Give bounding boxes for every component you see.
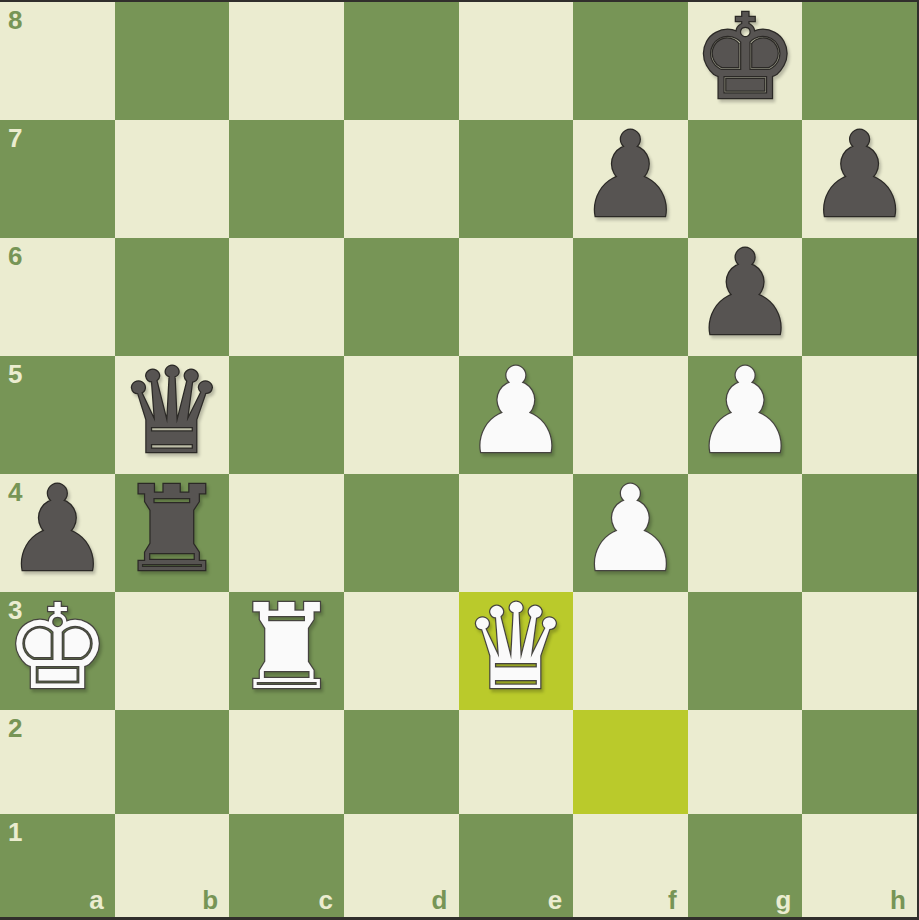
square-a5[interactable]: 5 (0, 356, 115, 474)
black-king[interactable]: ♚ (692, 0, 798, 116)
square-b4[interactable]: ♜ (115, 474, 230, 592)
square-b8[interactable] (115, 2, 230, 120)
square-a7[interactable]: 7 (0, 120, 115, 238)
square-h2[interactable] (802, 710, 917, 814)
square-b5[interactable]: ♛ (115, 356, 230, 474)
square-g1[interactable]: g (688, 814, 803, 918)
file-label-h: h (890, 887, 906, 913)
square-e8[interactable] (459, 2, 574, 120)
square-c3[interactable]: ♜ (229, 592, 344, 710)
square-e1[interactable]: e (459, 814, 574, 918)
white-king[interactable]: ♚ (4, 588, 110, 706)
square-e7[interactable] (459, 120, 574, 238)
square-d3[interactable] (344, 592, 459, 710)
square-d1[interactable]: d (344, 814, 459, 918)
square-d8[interactable] (344, 2, 459, 120)
square-b2[interactable] (115, 710, 230, 814)
square-b1[interactable]: b (115, 814, 230, 918)
square-d7[interactable] (344, 120, 459, 238)
black-pawn[interactable]: ♟ (807, 116, 913, 234)
white-pawn[interactable]: ♟ (692, 352, 798, 470)
square-g5[interactable]: ♟ (688, 356, 803, 474)
square-d5[interactable] (344, 356, 459, 474)
square-a4[interactable]: 4♟ (0, 474, 115, 592)
square-b6[interactable] (115, 238, 230, 356)
file-label-d: d (432, 887, 448, 913)
square-d2[interactable] (344, 710, 459, 814)
square-h4[interactable] (802, 474, 917, 592)
square-f1[interactable]: f (573, 814, 688, 918)
rank-label-8: 8 (8, 7, 22, 33)
square-c2[interactable] (229, 710, 344, 814)
square-f6[interactable] (573, 238, 688, 356)
file-label-f: f (668, 887, 677, 913)
white-queen[interactable]: ♛ (463, 588, 569, 706)
square-g4[interactable] (688, 474, 803, 592)
white-pawn[interactable]: ♟ (578, 470, 684, 588)
square-g6[interactable]: ♟ (688, 238, 803, 356)
white-pawn[interactable]: ♟ (463, 352, 569, 470)
square-e4[interactable] (459, 474, 574, 592)
square-c6[interactable] (229, 238, 344, 356)
square-f5[interactable] (573, 356, 688, 474)
square-h8[interactable] (802, 2, 917, 120)
square-h5[interactable] (802, 356, 917, 474)
rank-label-5: 5 (8, 361, 22, 387)
square-a1[interactable]: 1a (0, 814, 115, 918)
square-f4[interactable]: ♟ (573, 474, 688, 592)
file-label-b: b (202, 887, 218, 913)
square-a3[interactable]: 3♚ (0, 592, 115, 710)
square-g7[interactable] (688, 120, 803, 238)
file-label-e: e (548, 887, 562, 913)
black-rook[interactable]: ♜ (119, 470, 225, 588)
square-c8[interactable] (229, 2, 344, 120)
black-pawn[interactable]: ♟ (692, 234, 798, 352)
square-h3[interactable] (802, 592, 917, 710)
square-f3[interactable] (573, 592, 688, 710)
rank-label-2: 2 (8, 715, 22, 741)
square-b3[interactable] (115, 592, 230, 710)
square-e3[interactable]: ♛ (459, 592, 574, 710)
square-h1[interactable]: h (802, 814, 917, 918)
square-d4[interactable] (344, 474, 459, 592)
square-c7[interactable] (229, 120, 344, 238)
square-g3[interactable] (688, 592, 803, 710)
black-pawn[interactable]: ♟ (578, 116, 684, 234)
square-f7[interactable]: ♟ (573, 120, 688, 238)
square-a8[interactable]: 8 (0, 2, 115, 120)
white-rook[interactable]: ♜ (234, 588, 340, 706)
square-e6[interactable] (459, 238, 574, 356)
square-h6[interactable] (802, 238, 917, 356)
square-e2[interactable] (459, 710, 574, 814)
square-d6[interactable] (344, 238, 459, 356)
black-queen[interactable]: ♛ (119, 352, 225, 470)
square-g8[interactable]: ♚ (688, 2, 803, 120)
square-b7[interactable] (115, 120, 230, 238)
square-a6[interactable]: 6 (0, 238, 115, 356)
square-c4[interactable] (229, 474, 344, 592)
file-label-c: c (318, 887, 332, 913)
square-c1[interactable]: c (229, 814, 344, 918)
file-label-g: g (775, 887, 791, 913)
square-h7[interactable]: ♟ (802, 120, 917, 238)
rank-label-1: 1 (8, 819, 22, 845)
rank-label-6: 6 (8, 243, 22, 269)
black-pawn[interactable]: ♟ (4, 470, 110, 588)
chess-board: 8♚7♟♟6♟5♛♟♟4♟♜♟3♚♜♛21abcdefgh (0, 0, 919, 920)
square-e5[interactable]: ♟ (459, 356, 574, 474)
square-f2[interactable] (573, 710, 688, 814)
file-label-a: a (89, 887, 103, 913)
square-a2[interactable]: 2 (0, 710, 115, 814)
square-g2[interactable] (688, 710, 803, 814)
square-f8[interactable] (573, 2, 688, 120)
square-c5[interactable] (229, 356, 344, 474)
rank-label-7: 7 (8, 125, 22, 151)
